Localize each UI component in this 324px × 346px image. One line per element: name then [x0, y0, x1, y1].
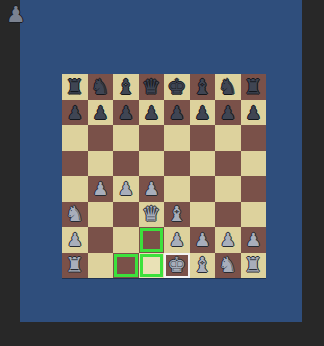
square-c4[interactable]: ♟	[113, 176, 139, 202]
piece-black-queen: ♛	[142, 76, 161, 98]
square-f7[interactable]: ♟	[190, 100, 216, 126]
piece-black-pawn: ♟	[143, 103, 159, 122]
square-a3[interactable]: ♞	[62, 202, 88, 228]
square-a6[interactable]	[62, 125, 88, 151]
cursor-piece-icon[interactable]: ♟	[6, 4, 26, 26]
game-viewport: ♜♞♝♛♚♝♞♜♟♟♟♟♟♟♟♟♟♟♟♞♛♝♟♟♟♟♟♜♚♝♞♜	[20, 0, 302, 322]
square-c2[interactable]	[113, 227, 139, 253]
square-h4[interactable]	[241, 176, 267, 202]
square-b2[interactable]	[88, 227, 114, 253]
square-d1[interactable]	[139, 253, 165, 279]
square-g2[interactable]: ♟	[215, 227, 241, 253]
piece-black-rook: ♜	[65, 76, 84, 98]
piece-black-bishop: ♝	[193, 76, 212, 98]
piece-white-pawn: ♟	[67, 230, 83, 249]
move-hint-bracket	[140, 254, 152, 266]
piece-black-rook: ♜	[244, 76, 263, 98]
square-b8[interactable]: ♞	[88, 74, 114, 100]
app-background: ♜♞♝♛♚♝♞♜♟♟♟♟♟♟♟♟♟♟♟♞♛♝♟♟♟♟♟♜♚♝♞♜ ♟	[0, 0, 324, 346]
square-g6[interactable]	[215, 125, 241, 151]
square-c7[interactable]: ♟	[113, 100, 139, 126]
piece-black-pawn: ♟	[67, 103, 83, 122]
move-hint-bracket	[151, 228, 163, 240]
square-d5[interactable]	[139, 151, 165, 177]
square-e2[interactable]: ♟	[164, 227, 190, 253]
chess-board: ♜♞♝♛♚♝♞♜♟♟♟♟♟♟♟♟♟♟♟♞♛♝♟♟♟♟♟♜♚♝♞♜	[62, 74, 266, 278]
piece-black-knight: ♞	[218, 76, 237, 98]
square-c6[interactable]	[113, 125, 139, 151]
piece-black-king: ♚	[167, 76, 186, 98]
square-g4[interactable]	[215, 176, 241, 202]
square-e4[interactable]	[164, 176, 190, 202]
square-h2[interactable]: ♟	[241, 227, 267, 253]
square-b7[interactable]: ♟	[88, 100, 114, 126]
square-b3[interactable]	[88, 202, 114, 228]
square-d8[interactable]: ♛	[139, 74, 165, 100]
square-d7[interactable]: ♟	[139, 100, 165, 126]
square-h6[interactable]	[241, 125, 267, 151]
square-g8[interactable]: ♞	[215, 74, 241, 100]
piece-white-pawn: ♟	[143, 179, 159, 198]
piece-black-pawn: ♟	[194, 103, 210, 122]
piece-white-pawn: ♟	[245, 230, 261, 249]
square-c3[interactable]	[113, 202, 139, 228]
square-c8[interactable]: ♝	[113, 74, 139, 100]
square-b4[interactable]: ♟	[88, 176, 114, 202]
piece-white-bishop: ♝	[167, 203, 186, 225]
square-a2[interactable]: ♟	[62, 227, 88, 253]
square-f1[interactable]: ♝	[190, 253, 216, 279]
square-a4[interactable]	[62, 176, 88, 202]
piece-white-queen: ♛	[142, 203, 161, 225]
square-h8[interactable]: ♜	[241, 74, 267, 100]
square-a8[interactable]: ♜	[62, 74, 88, 100]
square-e6[interactable]	[164, 125, 190, 151]
square-b1[interactable]	[88, 253, 114, 279]
piece-white-pawn: ♟	[220, 230, 236, 249]
square-e3[interactable]: ♝	[164, 202, 190, 228]
piece-white-pawn: ♟	[194, 230, 210, 249]
move-hint-bracket	[151, 240, 163, 252]
square-c5[interactable]	[113, 151, 139, 177]
square-c1[interactable]	[113, 253, 139, 279]
move-hint-bracket	[126, 254, 138, 266]
move-hint-bracket	[151, 265, 163, 277]
piece-white-king: ♚	[167, 254, 186, 276]
square-b5[interactable]	[88, 151, 114, 177]
square-a5[interactable]	[62, 151, 88, 177]
piece-white-pawn: ♟	[118, 179, 134, 198]
square-h7[interactable]: ♟	[241, 100, 267, 126]
piece-black-pawn: ♟	[220, 103, 236, 122]
move-hint-bracket	[114, 265, 126, 277]
square-a1[interactable]: ♜	[62, 253, 88, 279]
square-f6[interactable]	[190, 125, 216, 151]
move-hint-bracket	[140, 240, 152, 252]
move-hint-bracket	[151, 254, 163, 266]
square-f4[interactable]	[190, 176, 216, 202]
square-g5[interactable]	[215, 151, 241, 177]
square-d4[interactable]: ♟	[139, 176, 165, 202]
square-f3[interactable]	[190, 202, 216, 228]
piece-black-pawn: ♟	[118, 103, 134, 122]
piece-black-knight: ♞	[91, 76, 110, 98]
square-a7[interactable]: ♟	[62, 100, 88, 126]
piece-white-pawn: ♟	[169, 230, 185, 249]
square-e8[interactable]: ♚	[164, 74, 190, 100]
square-f8[interactable]: ♝	[190, 74, 216, 100]
square-d6[interactable]	[139, 125, 165, 151]
move-hint-bracket	[114, 254, 126, 266]
move-hint-bracket	[126, 265, 138, 277]
piece-black-pawn: ♟	[92, 103, 108, 122]
square-e7[interactable]: ♟	[164, 100, 190, 126]
move-hint-bracket	[140, 265, 152, 277]
piece-white-knight: ♞	[218, 254, 237, 276]
piece-white-knight: ♞	[65, 203, 84, 225]
square-d2[interactable]	[139, 227, 165, 253]
piece-white-bishop: ♝	[193, 254, 212, 276]
move-hint-bracket	[140, 228, 152, 240]
piece-white-pawn: ♟	[92, 179, 108, 198]
square-d3[interactable]: ♛	[139, 202, 165, 228]
square-h3[interactable]	[241, 202, 267, 228]
piece-white-rook: ♜	[65, 254, 84, 276]
square-h5[interactable]	[241, 151, 267, 177]
square-f2[interactable]: ♟	[190, 227, 216, 253]
piece-white-rook: ♜	[244, 254, 263, 276]
piece-black-pawn: ♟	[169, 103, 185, 122]
square-g3[interactable]	[215, 202, 241, 228]
square-h1[interactable]: ♜	[241, 253, 267, 279]
square-b6[interactable]	[88, 125, 114, 151]
square-g7[interactable]: ♟	[215, 100, 241, 126]
square-g1[interactable]: ♞	[215, 253, 241, 279]
piece-black-bishop: ♝	[116, 76, 135, 98]
piece-black-pawn: ♟	[245, 103, 261, 122]
square-e1[interactable]: ♚	[164, 253, 190, 279]
square-e5[interactable]	[164, 151, 190, 177]
square-f5[interactable]	[190, 151, 216, 177]
